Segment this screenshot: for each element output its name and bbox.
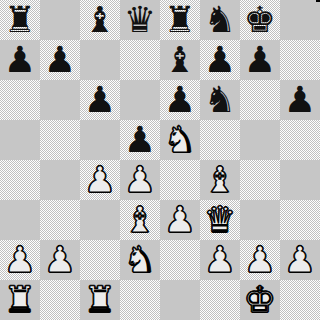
black-queen[interactable]: ♛: [124, 0, 156, 40]
square-e6[interactable]: ♟: [160, 80, 200, 120]
square-f4[interactable]: ♝: [200, 160, 240, 200]
white-knight[interactable]: ♞: [124, 240, 156, 280]
square-f7[interactable]: ♟: [200, 40, 240, 80]
square-e8[interactable]: ♜: [160, 0, 200, 40]
square-c8[interactable]: ♝: [80, 0, 120, 40]
black-bishop[interactable]: ♝: [84, 0, 116, 40]
black-king[interactable]: ♚: [244, 0, 276, 40]
black-pawn[interactable]: ♟: [4, 40, 36, 80]
square-g3[interactable]: [240, 200, 280, 240]
white-knight[interactable]: ♞: [164, 120, 196, 160]
square-b7[interactable]: ♟: [40, 40, 80, 80]
square-h5[interactable]: [280, 120, 320, 160]
white-queen[interactable]: ♛: [204, 200, 236, 240]
square-e2[interactable]: [160, 240, 200, 280]
white-bishop[interactable]: ♝: [124, 200, 156, 240]
black-pawn[interactable]: ♟: [124, 120, 156, 160]
white-pawn[interactable]: ♟: [124, 160, 156, 200]
black-pawn[interactable]: ♟: [204, 40, 236, 80]
square-a2[interactable]: ♟: [0, 240, 40, 280]
square-d4[interactable]: ♟: [120, 160, 160, 200]
white-rook[interactable]: ♜: [84, 280, 116, 320]
square-g5[interactable]: [240, 120, 280, 160]
black-pawn[interactable]: ♟: [164, 80, 196, 120]
square-h2[interactable]: ♟: [280, 240, 320, 280]
black-knight[interactable]: ♞: [204, 80, 236, 120]
white-bishop[interactable]: ♝: [204, 160, 236, 200]
square-e1[interactable]: [160, 280, 200, 320]
square-b5[interactable]: [40, 120, 80, 160]
square-d8[interactable]: ♛: [120, 0, 160, 40]
square-b1[interactable]: [40, 280, 80, 320]
square-c3[interactable]: [80, 200, 120, 240]
square-g2[interactable]: ♟: [240, 240, 280, 280]
white-pawn[interactable]: ♟: [44, 240, 76, 280]
square-b3[interactable]: [40, 200, 80, 240]
white-king[interactable]: ♚: [244, 280, 276, 320]
square-h6[interactable]: ♟: [280, 80, 320, 120]
square-d6[interactable]: [120, 80, 160, 120]
black-pawn[interactable]: ♟: [284, 80, 316, 120]
square-e3[interactable]: ♟: [160, 200, 200, 240]
square-a8[interactable]: ♜: [0, 0, 40, 40]
square-e4[interactable]: [160, 160, 200, 200]
white-pawn[interactable]: ♟: [4, 240, 36, 280]
square-h4[interactable]: [280, 160, 320, 200]
square-h3[interactable]: [280, 200, 320, 240]
square-f8[interactable]: ♞: [200, 0, 240, 40]
white-pawn[interactable]: ♟: [284, 240, 316, 280]
black-pawn[interactable]: ♟: [84, 80, 116, 120]
square-e7[interactable]: ♝: [160, 40, 200, 80]
square-h7[interactable]: [280, 40, 320, 80]
square-h8[interactable]: [280, 0, 320, 40]
white-pawn[interactable]: ♟: [164, 200, 196, 240]
square-g8[interactable]: ♚: [240, 0, 280, 40]
screen-artifact: [316, 0, 320, 2]
square-b8[interactable]: [40, 0, 80, 40]
square-a3[interactable]: [0, 200, 40, 240]
square-d2[interactable]: ♞: [120, 240, 160, 280]
square-d7[interactable]: [120, 40, 160, 80]
square-d1[interactable]: [120, 280, 160, 320]
square-f3[interactable]: ♛: [200, 200, 240, 240]
square-c1[interactable]: ♜: [80, 280, 120, 320]
square-c5[interactable]: [80, 120, 120, 160]
square-b2[interactable]: ♟: [40, 240, 80, 280]
square-a5[interactable]: [0, 120, 40, 160]
square-a6[interactable]: [0, 80, 40, 120]
black-rook[interactable]: ♜: [4, 0, 36, 40]
black-pawn[interactable]: ♟: [244, 40, 276, 80]
square-f5[interactable]: [200, 120, 240, 160]
square-b4[interactable]: [40, 160, 80, 200]
white-pawn[interactable]: ♟: [84, 160, 116, 200]
square-d5[interactable]: ♟: [120, 120, 160, 160]
square-f1[interactable]: [200, 280, 240, 320]
square-e5[interactable]: ♞: [160, 120, 200, 160]
square-g6[interactable]: [240, 80, 280, 120]
square-a7[interactable]: ♟: [0, 40, 40, 80]
black-rook[interactable]: ♜: [164, 0, 196, 40]
square-a4[interactable]: [0, 160, 40, 200]
chess-board: ♜♝♛♜♞♚♟♟♝♟♟♟♟♞♟♟♞♟♟♝♝♟♛♟♟♞♟♟♟♜♜♚: [0, 0, 320, 320]
square-c4[interactable]: ♟: [80, 160, 120, 200]
square-c2[interactable]: [80, 240, 120, 280]
white-rook[interactable]: ♜: [4, 280, 36, 320]
black-pawn[interactable]: ♟: [44, 40, 76, 80]
square-g1[interactable]: ♚: [240, 280, 280, 320]
white-pawn[interactable]: ♟: [244, 240, 276, 280]
square-h1[interactable]: [280, 280, 320, 320]
square-f2[interactable]: ♟: [200, 240, 240, 280]
black-knight[interactable]: ♞: [204, 0, 236, 40]
square-c7[interactable]: [80, 40, 120, 80]
square-d3[interactable]: ♝: [120, 200, 160, 240]
square-b6[interactable]: [40, 80, 80, 120]
black-bishop[interactable]: ♝: [164, 40, 196, 80]
white-pawn[interactable]: ♟: [204, 240, 236, 280]
square-g4[interactable]: [240, 160, 280, 200]
square-g7[interactable]: ♟: [240, 40, 280, 80]
square-a1[interactable]: ♜: [0, 280, 40, 320]
square-c6[interactable]: ♟: [80, 80, 120, 120]
square-f6[interactable]: ♞: [200, 80, 240, 120]
